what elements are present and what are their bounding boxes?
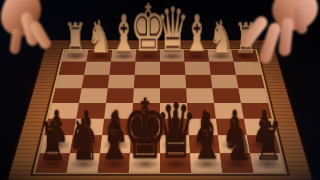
left-hand-thumb (9, 27, 23, 54)
square-f2 (109, 62, 135, 75)
square-g2 (84, 62, 111, 75)
square-d2 (160, 62, 185, 75)
square-b1: ♞ (208, 50, 234, 62)
video-frame: ♜♞♝♚♛♝♞♜♟♟♟♟♟♟♟♟♜♞♝♚♛♝♞♜ (0, 0, 320, 180)
white-king-e1: ♚ (107, 0, 188, 60)
square-e8: ♚ (129, 153, 160, 172)
square-b2 (209, 62, 236, 75)
square-c2 (185, 62, 211, 75)
square-e2 (135, 62, 160, 75)
right-hand (246, 0, 320, 80)
square-e1: ♚ (135, 50, 160, 62)
square-g3 (82, 75, 110, 89)
square-b3 (211, 75, 239, 89)
square-b8: ♞ (220, 153, 253, 172)
right-hand-finger (278, 17, 294, 56)
black-king-e8: ♚ (93, 87, 196, 170)
square-h3 (55, 75, 84, 89)
left-hand (2, 0, 64, 70)
